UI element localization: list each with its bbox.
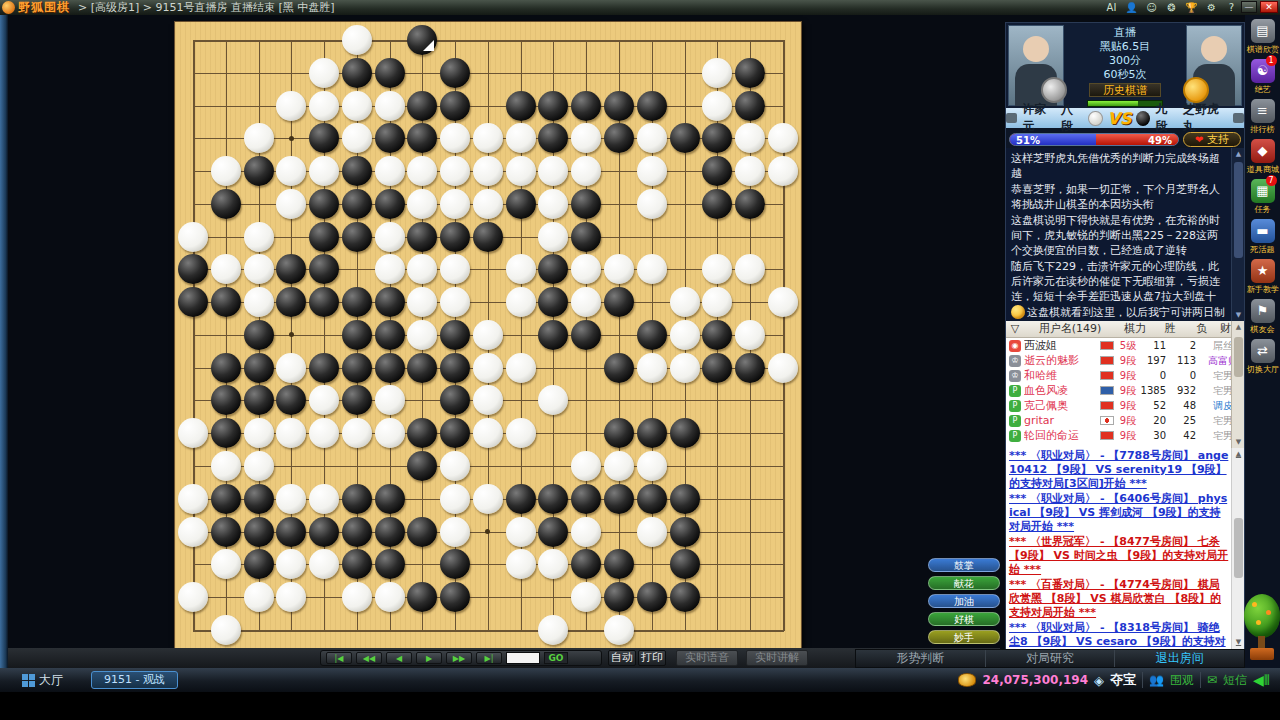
rail-item-道具商城[interactable]: ◆道具商城 [1245,139,1280,175]
win-count: 0 [1140,368,1172,383]
black-stone [735,353,765,383]
rail-item-label: 新手教学 [1247,285,1279,295]
black-stone [342,156,372,186]
white-stone [276,189,306,219]
white-stone [604,451,634,481]
byoyomi-label: 60秒5次 [1104,68,1147,81]
white-stone [637,517,667,547]
white-stone [768,353,798,383]
white-stone [375,582,405,612]
spectator-name: 西波姐 [1024,338,1098,353]
任务-icon: ▦7 [1251,179,1275,203]
rail-item-label: 棋谱欣赏 [1247,45,1279,55]
棋友会-icon: ⚑ [1251,299,1275,323]
white-stone [473,189,503,219]
black-stone [637,484,667,514]
white-stone [440,451,470,481]
flag-icon [1100,341,1114,350]
white-stone [670,353,700,383]
last-move-marker [423,40,434,51]
black-stone [375,123,405,153]
nav-button-0[interactable]: |◀ [326,652,352,664]
black-stone [735,189,765,219]
black-stone [309,189,339,219]
切换大厅-icon: ⇄ [1251,339,1275,363]
black-stone [244,484,274,514]
black-stone [375,484,405,514]
white-stone [538,222,568,252]
spectator-row[interactable]: P克己佩奥9段5248调皮 [1006,398,1244,413]
loss-count: 2 [1172,338,1202,353]
auto-play-button[interactable]: 自动 [608,650,636,666]
white-stone [244,254,274,284]
rank-label: 9段 [1116,413,1140,428]
black-stone [342,189,372,219]
死活题-icon: ▬ [1251,219,1275,243]
white-stone [178,517,208,547]
flag-icon [1100,416,1114,425]
filter-icon[interactable]: ▽ [1006,321,1024,337]
white-stone [342,123,372,153]
gift-icon[interactable]: ❂ [1165,1,1178,14]
rank-label: 9段 [1116,383,1140,398]
help-icon[interactable]: ? [1225,1,1238,14]
black-stone [407,25,437,55]
move-number-input[interactable] [506,652,540,664]
nav-button-4[interactable]: ▶▶ [446,652,472,664]
winrate-row: 51% 49% ❤ 支持 [1006,130,1244,148]
white-stone [211,254,241,284]
white-stone [768,156,798,186]
spectator-name: 血色风凌 [1024,383,1098,398]
white-stone [178,222,208,252]
white-stone [473,418,503,448]
support-button[interactable]: ❤ 支持 [1183,132,1241,147]
crown-badge-icon: ♔ [1009,355,1021,367]
white-stone [276,91,306,121]
flag-icon [1100,356,1114,365]
white-stone-icon [1088,111,1102,126]
black-stone-icon [1136,111,1150,126]
announcement-link[interactable]: *** 〈职业对局〉 - 【8318号房间】 骑绝尘8 【9段】 VS cesa… [1009,621,1229,649]
white-stone [342,582,372,612]
rail-item-切换大厅[interactable]: ⇄切换大厅 [1245,339,1280,375]
speaker-icon[interactable]: ◀⦀ [1253,672,1270,689]
P-badge-icon: P [1009,430,1021,442]
diamond-icon: ◈ [1094,673,1104,688]
analysis-button-row: 形势判断 对局研究 退出房间 [855,649,1245,668]
P-badge-icon: P [1009,400,1021,412]
white-stone [440,484,470,514]
black-stone [375,353,405,383]
P-badge-icon: P [1009,415,1021,427]
棋谱欣赏-icon: ▤ [1251,19,1275,43]
close-button[interactable]: ✕ [1260,1,1278,13]
coin-balance: 24,075,300,194 [982,673,1088,687]
white-stone [571,517,601,547]
go-board[interactable] [175,22,801,649]
commentary-box: 这样芝野虎丸凭借优秀的判断力完成终场超越恭喜芝野，如果一切正常，下个月芝野名人将… [1006,148,1244,321]
black-stone [375,320,405,350]
white-stone [211,615,241,645]
commentary-paragraph: 这盘棋说明下得快就是有优势，在充裕的时间下，虎丸敏锐的判断出黑225－228这两… [1011,213,1228,258]
white-stone [342,91,372,121]
black-stone [670,123,700,153]
trophy-icon[interactable]: 🏆 [1185,1,1198,14]
white-stone [506,123,536,153]
black-stone [604,287,634,317]
spectator-name: 克己佩奥 [1024,398,1098,413]
room-tab[interactable]: 9151 - 观战 [91,671,178,689]
player-info-panel: 直播 黑贴6.5目 300分 60秒5次 历史棋谱 [1006,23,1244,108]
nav-button-5[interactable]: ▶| [476,652,502,664]
P-badge-icon: P [1009,385,1021,397]
situation-judge-button[interactable]: 形势判断 [856,650,986,667]
winrate-right-label: 49% [1148,134,1172,146]
announcement-link[interactable]: *** 〈职业对局〉 - 【7788号房间】 ange10412 【9段】 VS… [1009,449,1229,491]
white-stone [637,189,667,219]
loss-count: 42 [1172,428,1202,443]
ai-button[interactable]: AI [1105,1,1118,14]
sms-button[interactable]: 短信 [1223,672,1247,689]
user-icon[interactable]: 👤 [1125,1,1138,14]
black-stone [244,353,274,383]
white-stone [702,58,732,88]
fox-go-client: 野狐围棋 > [高级房1] > 9151号直播房 直播结束 [黑 中盘胜] AI… [0,0,1280,720]
game-rules-info: 直播 黑贴6.5目 300分 60秒5次 历史棋谱 [1066,23,1184,108]
go-to-move-button[interactable]: GO [544,652,568,664]
white-stone [342,418,372,448]
white-stone [702,91,732,121]
black-stone [375,189,405,219]
spectator-row[interactable]: Pgritar9段2025宅男 [1006,413,1244,428]
black-stone [407,222,437,252]
white-stone [375,91,405,121]
rail-item-排行榜[interactable]: ≡排行榜 [1245,99,1280,135]
black-stone [670,484,700,514]
titlebar-icons: AI 👤 ☺ ❂ 🏆 ⚙ ? [1105,1,1238,14]
white-stone [211,451,241,481]
white-stone [375,254,405,284]
rail-item-label: 任务 [1247,205,1279,215]
spectator-name: 和哈维 [1024,368,1098,383]
black-stone [637,582,667,612]
loss-count: 0 [1172,368,1202,383]
white-stone [473,156,503,186]
match-announcements: *** 〈职业对局〉 - 【7788号房间】 ange10412 【9段】 VS… [1006,448,1244,649]
win-count: 52 [1140,398,1172,413]
white-stone [178,484,208,514]
nav-button-2[interactable]: ◀ [386,652,412,664]
minimize-button[interactable]: — [1241,1,1257,13]
rail-item-label: 排行榜 [1247,125,1279,135]
gear-icon[interactable]: ⚙ [1205,1,1218,14]
black-stone [637,91,667,121]
spectator-name: 逝云的魅影 [1024,353,1098,368]
white-stone [768,123,798,153]
black-stone [375,517,405,547]
black-stone [375,549,405,579]
spectator-row[interactable]: ♔和哈维9段00宅男 [1006,368,1244,383]
sms-icon: ✉ [1207,673,1217,687]
win-count: 197 [1140,353,1172,368]
black-stone [637,418,667,448]
black-stone [244,549,274,579]
commentary-scrollbar[interactable]: ▲ ▼ [1231,148,1244,321]
white-stone [506,353,536,383]
black-stone [276,517,306,547]
quick-phrase-button[interactable]: 妙手 [928,630,1000,644]
flag-icon [1100,371,1114,380]
black-stone [702,353,732,383]
white-stone [440,189,470,219]
rail-item-绝艺[interactable]: ☯1绝艺 [1245,59,1280,95]
black-stone [670,517,700,547]
black-stone [244,320,274,350]
black-player-avatar [1186,25,1242,106]
white-stone [637,451,667,481]
black-stone [309,353,339,383]
black-stone [309,222,339,252]
rail-item-label: 死活题 [1247,245,1279,255]
white-stone [506,254,536,284]
breadcrumb: > [高级房1] > 9151号直播房 直播结束 [黑 中盘胜] [78,0,335,15]
black-stone [342,58,372,88]
道具商城-icon: ◆ [1251,139,1275,163]
history-kifu-button[interactable]: 历史棋谱 [1089,83,1161,97]
black-stone [211,517,241,547]
rank-label: 9段 [1116,368,1140,383]
game-research-button[interactable]: 对局研究 [986,650,1116,667]
black-stone [637,320,667,350]
black-stone [342,549,372,579]
main-time-label: 300分 [1109,54,1141,67]
rail-item-新手教学[interactable]: ★新手教学 [1245,259,1280,295]
black-stone [735,58,765,88]
绝艺-icon: ☯1 [1251,59,1275,83]
black-stone [506,484,536,514]
rank-label: 9段 [1116,353,1140,368]
black-stone [670,582,700,612]
新手教学-icon: ★ [1251,259,1275,283]
watch-icon: 👥 [1149,673,1164,687]
black-stone [407,91,437,121]
status-bar: 大厅 9151 - 观战 24,075,300,194 ◈ 夺宝 👥 围观 ✉ … [0,668,1280,692]
quick-phrase-button[interactable]: 好棋 [928,612,1000,626]
commentary-paragraph: 随后飞下229，击溃许家元的心理防线，此后许家元在读秒的催促下无暇细算，亏损连连… [1011,259,1228,304]
board-control-bar: |◀◀◀◀▶▶▶▶| GO 自动 打印 实时语音 实时讲解 [8,648,1000,668]
white-stone [276,484,306,514]
spectator-row[interactable]: ◉西波姐5级112屌丝 [1006,338,1244,353]
winrate-bar: 51% 49% [1009,133,1179,146]
white-stone [506,549,536,579]
white-stone [506,287,536,317]
commentary-paragraph: 这样芝野虎丸凭借优秀的判断力完成终场超越 [1011,151,1228,181]
app-title: 野狐围棋 [18,0,70,16]
notification-badge: 1 [1266,55,1277,66]
black-stone [571,320,601,350]
black-stone [571,91,601,121]
win-count: 30 [1140,428,1172,443]
quick-phrase-button[interactable]: 加油 [928,594,1000,608]
black-stone [670,418,700,448]
white-stone [375,222,405,252]
crown-badge-icon: ♔ [1009,370,1021,382]
nav-button-1[interactable]: ◀◀ [356,652,382,664]
silver-medal-badge [1041,77,1067,103]
rail-item-死活题[interactable]: ▬死活题 [1245,219,1280,255]
white-stone [637,353,667,383]
quick-phrase-button[interactable]: 献花 [928,576,1000,590]
black-stone [440,58,470,88]
camera-icon-right [1233,113,1244,123]
rail-item-label: 绝艺 [1247,85,1279,95]
winrate-left-label: 51% [1016,134,1040,146]
rail-item-棋友会[interactable]: ⚑棋友会 [1245,299,1280,335]
black-stone [571,222,601,252]
black-stone [735,91,765,121]
spectator-row[interactable]: ♔逝云的魅影9段197113高富帅 [1006,353,1244,368]
window-left-border [0,15,8,692]
white-stone [473,353,503,383]
black-stone [506,189,536,219]
flag-icon [1100,386,1114,395]
black-stone [375,58,405,88]
white-stone [735,320,765,350]
white-stone [506,517,536,547]
white-stone [670,287,700,317]
black-stone [473,222,503,252]
black-stone [440,320,470,350]
white-stone [440,517,470,547]
black-stone [342,287,372,317]
white-stone [211,549,241,579]
white-stone [375,385,405,415]
black-stone [440,91,470,121]
black-stone [342,222,372,252]
black-stone [342,517,372,547]
win-count: 11 [1140,338,1172,353]
black-stone [211,418,241,448]
black-stone [407,353,437,383]
black-stone [342,320,372,350]
smiley-icon[interactable]: ☺ [1145,1,1158,14]
quick-phrase-button[interactable]: 鼓掌 [928,558,1000,572]
broadcast-label: 直播 [1114,26,1136,39]
white-stone [309,156,339,186]
white-stone [309,91,339,121]
flag-icon [1100,401,1114,410]
loss-count: 25 [1172,413,1202,428]
black-stone [407,517,437,547]
quick-phrase-buttons: 鼓掌献花加油好棋妙手 [928,558,1000,644]
white-stone [211,156,241,186]
game-info-panel: 直播 黑贴6.5目 300分 60秒5次 历史棋谱 许家元 八段 VS 九段 芝… [1005,22,1245,668]
loss-count: 48 [1172,398,1202,413]
announcement-link[interactable]: *** 〈百番对局〉 - 【4774号房间】 棋局欣赏黑 【8段】 VS 棋局欣… [1009,578,1229,620]
live-lecture-button[interactable]: 实时讲解 [746,650,808,666]
tree-decoration[interactable] [1238,592,1280,668]
white-stone [375,156,405,186]
black-stone [309,517,339,547]
black-stone [702,189,732,219]
white-stone [506,418,536,448]
exit-room-button[interactable]: 退出房间 [1115,650,1244,667]
lobby-button[interactable]: 大厅 [22,672,63,689]
watch-button[interactable]: 围观 [1170,672,1194,689]
rank-label: 9段 [1116,398,1140,413]
black-stone [604,353,634,383]
announcement-link[interactable]: *** 〈世界冠军〉 - 【8477号房间】 七杀 【9段】 VS 时间之虫 【… [1009,535,1229,577]
win-count: 20 [1140,413,1172,428]
fox-logo-icon [2,1,15,14]
spectator-row[interactable]: P轮回的命运9段3042宅男 [1006,428,1244,443]
spectator-row[interactable]: P血色风凌9段1385932宅男 [1006,383,1244,398]
rail-item-棋谱欣赏[interactable]: ▤棋谱欣赏 [1245,19,1280,55]
gold-medal-badge [1183,77,1209,103]
print-button[interactable]: 打印 [638,650,666,666]
rail-item-label: 道具商城 [1247,165,1279,175]
white-stone [768,287,798,317]
white-stone [276,353,306,383]
loss-count: 932 [1172,383,1202,398]
black-stone [244,385,274,415]
black-stone [244,517,274,547]
white-stone [670,320,700,350]
black-stone [538,91,568,121]
timer-bar [1087,100,1163,107]
treasure-button[interactable]: 夺宝 [1110,671,1136,689]
black-stone [538,517,568,547]
coins-icon [958,673,976,687]
white-stone [473,484,503,514]
rank-label: 9段 [1116,428,1140,443]
commentary-paragraph: 这盘棋就看到这里，以后我宁可讲两日制也不讲6小时的棋了 [1011,305,1228,321]
white-stone [375,418,405,448]
spectator-scrollbar[interactable]: ▲ ▼ [1231,321,1244,448]
black-stone [604,582,634,612]
black-stone [440,222,470,252]
nav-button-3[interactable]: ▶ [416,652,442,664]
black-stone [211,189,241,219]
vs-label: VS [1108,109,1132,128]
announcement-link[interactable]: *** 〈职业对局〉 - 【6406号房间】 physical 【9段】 VS … [1009,492,1229,534]
排行榜-icon: ≡ [1251,99,1275,123]
pin-badge-icon: ◉ [1009,340,1021,352]
white-player-avatar [1008,25,1064,106]
black-stone [211,353,241,383]
komi-label: 黑贴6.5目 [1100,40,1151,53]
black-stone [440,353,470,383]
white-stone [604,615,634,645]
black-stone [604,484,634,514]
black-stone [342,484,372,514]
white-stone [342,25,372,55]
live-voice-button[interactable]: 实时语音 [676,650,738,666]
white-stone [506,156,536,186]
rail-item-label: 切换大厅 [1247,365,1279,375]
rail-item-label: 棋友会 [1247,325,1279,335]
white-stone [637,156,667,186]
white-stone [244,222,274,252]
black-stone [178,287,208,317]
white-stone [735,156,765,186]
white-stone [244,451,274,481]
black-stone [506,91,536,121]
spectator-name: 轮回的命运 [1024,428,1098,443]
white-stone [309,58,339,88]
rail-item-任务[interactable]: ▦7任务 [1245,179,1280,215]
